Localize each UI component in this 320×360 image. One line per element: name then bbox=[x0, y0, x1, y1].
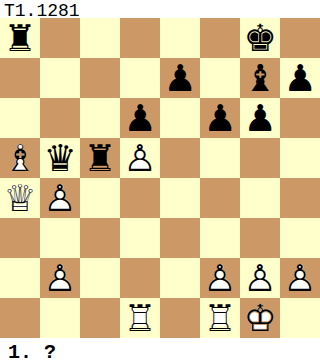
square-h6[interactable] bbox=[280, 98, 320, 138]
square-f8[interactable] bbox=[200, 18, 240, 58]
white-queen-fill: ♛ bbox=[0, 178, 40, 218]
white-pawn-fill: ♟ bbox=[40, 178, 80, 218]
square-d3[interactable] bbox=[120, 218, 160, 258]
square-a3[interactable] bbox=[0, 218, 40, 258]
square-f1[interactable]: ♜♖ bbox=[200, 298, 240, 338]
black-pawn: ♟ bbox=[240, 98, 280, 138]
square-f5[interactable] bbox=[200, 138, 240, 178]
white-pawn: ♙ bbox=[280, 258, 320, 298]
square-e1[interactable] bbox=[160, 298, 200, 338]
square-b7[interactable] bbox=[40, 58, 80, 98]
white-king-fill: ♚ bbox=[240, 298, 280, 338]
square-b6[interactable] bbox=[40, 98, 80, 138]
square-c8[interactable] bbox=[80, 18, 120, 58]
square-g5[interactable] bbox=[240, 138, 280, 178]
white-pawn-fill: ♟ bbox=[120, 138, 160, 178]
black-king: ♚ bbox=[240, 18, 280, 58]
square-b8[interactable] bbox=[40, 18, 80, 58]
square-e2[interactable] bbox=[160, 258, 200, 298]
square-a4[interactable]: ♛♕ bbox=[0, 178, 40, 218]
white-king: ♔ bbox=[240, 298, 280, 338]
square-a6[interactable] bbox=[0, 98, 40, 138]
square-d5[interactable]: ♟♙ bbox=[120, 138, 160, 178]
square-f3[interactable] bbox=[200, 218, 240, 258]
square-h3[interactable] bbox=[280, 218, 320, 258]
square-d1[interactable]: ♜♖ bbox=[120, 298, 160, 338]
square-c1[interactable] bbox=[80, 298, 120, 338]
white-pawn: ♙ bbox=[40, 178, 80, 218]
square-d4[interactable] bbox=[120, 178, 160, 218]
square-c6[interactable] bbox=[80, 98, 120, 138]
white-pawn: ♙ bbox=[120, 138, 160, 178]
square-b3[interactable] bbox=[40, 218, 80, 258]
square-f4[interactable] bbox=[200, 178, 240, 218]
square-g7[interactable]: ♝ bbox=[240, 58, 280, 98]
black-pawn: ♟ bbox=[120, 98, 160, 138]
square-g6[interactable]: ♟ bbox=[240, 98, 280, 138]
square-b2[interactable]: ♟♙ bbox=[40, 258, 80, 298]
square-e3[interactable] bbox=[160, 218, 200, 258]
black-rook: ♜ bbox=[80, 138, 120, 178]
square-e7[interactable]: ♟ bbox=[160, 58, 200, 98]
square-d8[interactable] bbox=[120, 18, 160, 58]
square-f2[interactable]: ♟♙ bbox=[200, 258, 240, 298]
square-g1[interactable]: ♚♔ bbox=[240, 298, 280, 338]
square-b5[interactable]: ♛ bbox=[40, 138, 80, 178]
white-pawn: ♙ bbox=[200, 258, 240, 298]
square-d6[interactable]: ♟ bbox=[120, 98, 160, 138]
square-g4[interactable] bbox=[240, 178, 280, 218]
white-pawn-fill: ♟ bbox=[40, 258, 80, 298]
move-prompt: 1. ? bbox=[8, 341, 56, 360]
square-a5[interactable]: ♝♗ bbox=[0, 138, 40, 178]
square-b4[interactable]: ♟♙ bbox=[40, 178, 80, 218]
square-a2[interactable] bbox=[0, 258, 40, 298]
white-rook: ♖ bbox=[120, 298, 160, 338]
white-rook: ♖ bbox=[200, 298, 240, 338]
white-bishop-fill: ♝ bbox=[0, 138, 40, 178]
square-c5[interactable]: ♜ bbox=[80, 138, 120, 178]
square-e4[interactable] bbox=[160, 178, 200, 218]
white-queen: ♕ bbox=[0, 178, 40, 218]
black-rook: ♜ bbox=[0, 18, 40, 58]
white-rook-fill: ♜ bbox=[200, 298, 240, 338]
chess-board: ♜♚♟♝♟♟♟♟♝♗♛♜♟♙♛♕♟♙♟♙♟♙♟♙♟♙♜♖♜♖♚♔ bbox=[0, 18, 320, 338]
square-f7[interactable] bbox=[200, 58, 240, 98]
square-g2[interactable]: ♟♙ bbox=[240, 258, 280, 298]
square-g8[interactable]: ♚ bbox=[240, 18, 280, 58]
white-pawn-fill: ♟ bbox=[200, 258, 240, 298]
black-queen: ♛ bbox=[40, 138, 80, 178]
white-pawn: ♙ bbox=[240, 258, 280, 298]
square-b1[interactable] bbox=[40, 298, 80, 338]
square-d7[interactable] bbox=[120, 58, 160, 98]
square-a8[interactable]: ♜ bbox=[0, 18, 40, 58]
white-pawn-fill: ♟ bbox=[280, 258, 320, 298]
square-d2[interactable] bbox=[120, 258, 160, 298]
square-e8[interactable] bbox=[160, 18, 200, 58]
square-c2[interactable] bbox=[80, 258, 120, 298]
white-bishop: ♗ bbox=[0, 138, 40, 178]
black-pawn: ♟ bbox=[160, 58, 200, 98]
square-e5[interactable] bbox=[160, 138, 200, 178]
white-pawn: ♙ bbox=[40, 258, 80, 298]
square-a7[interactable] bbox=[0, 58, 40, 98]
square-c4[interactable] bbox=[80, 178, 120, 218]
black-bishop: ♝ bbox=[240, 58, 280, 98]
white-rook-fill: ♜ bbox=[120, 298, 160, 338]
square-h1[interactable] bbox=[280, 298, 320, 338]
square-h2[interactable]: ♟♙ bbox=[280, 258, 320, 298]
square-e6[interactable] bbox=[160, 98, 200, 138]
square-h7[interactable]: ♟ bbox=[280, 58, 320, 98]
square-f6[interactable]: ♟ bbox=[200, 98, 240, 138]
square-h4[interactable] bbox=[280, 178, 320, 218]
square-c3[interactable] bbox=[80, 218, 120, 258]
square-h5[interactable] bbox=[280, 138, 320, 178]
square-a1[interactable] bbox=[0, 298, 40, 338]
square-h8[interactable] bbox=[280, 18, 320, 58]
black-pawn: ♟ bbox=[200, 98, 240, 138]
white-pawn-fill: ♟ bbox=[240, 258, 280, 298]
black-pawn: ♟ bbox=[280, 58, 320, 98]
square-c7[interactable] bbox=[80, 58, 120, 98]
square-g3[interactable] bbox=[240, 218, 280, 258]
